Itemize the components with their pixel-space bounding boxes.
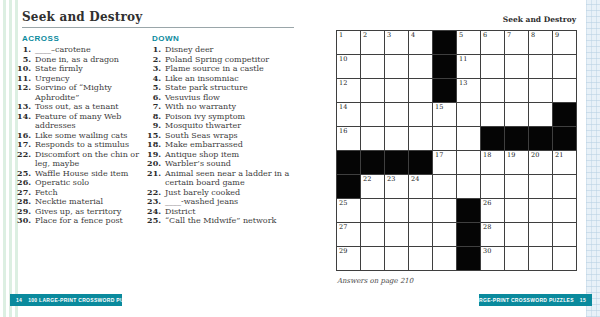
clue-item: 1.____–carotene bbox=[14, 45, 146, 55]
black-cell bbox=[480, 126, 504, 150]
white-cell[interactable] bbox=[504, 102, 528, 126]
clue-text: Vesuvius flow bbox=[161, 93, 296, 103]
clue-text: Gives up, as territory bbox=[31, 207, 146, 217]
clue-item: 16.Like some wailing cats bbox=[14, 131, 146, 141]
clue-item: 24.District bbox=[144, 207, 296, 217]
white-cell[interactable] bbox=[408, 54, 432, 78]
black-cell bbox=[552, 102, 576, 126]
clue-item: 27.Fetch bbox=[14, 188, 146, 198]
book-spread: Seek and Destroy ACROSS DOWN 1.____–caro… bbox=[0, 0, 600, 317]
clue-text: Necktie material bbox=[31, 197, 146, 207]
white-cell[interactable]: 29 bbox=[336, 246, 360, 270]
cell-number: 24 bbox=[411, 176, 419, 183]
white-cell[interactable] bbox=[432, 222, 456, 246]
white-cell[interactable] bbox=[456, 126, 480, 150]
white-cell[interactable]: 16 bbox=[336, 126, 360, 150]
white-cell[interactable]: 5 bbox=[456, 30, 480, 54]
right-page-edge-decoration bbox=[586, 0, 600, 317]
clue-item: 10.State firmly bbox=[14, 64, 146, 74]
white-cell[interactable] bbox=[528, 198, 552, 222]
cell-number: 3 bbox=[387, 32, 391, 39]
white-cell[interactable]: 10 bbox=[336, 54, 360, 78]
across-heading: ACROSS bbox=[22, 34, 59, 43]
clue-text: Mosquito thwarter bbox=[161, 121, 296, 131]
white-cell[interactable] bbox=[552, 78, 576, 102]
white-cell[interactable]: 22 bbox=[360, 174, 384, 198]
clue-text: Antique shop item bbox=[161, 150, 296, 160]
white-cell[interactable] bbox=[528, 78, 552, 102]
white-cell[interactable] bbox=[432, 126, 456, 150]
title-divider bbox=[22, 27, 294, 28]
cell-number: 30 bbox=[483, 248, 491, 255]
white-cell[interactable] bbox=[552, 174, 576, 198]
clue-text: Toss out, as a tenant bbox=[31, 102, 146, 112]
cell-number: 2 bbox=[363, 32, 367, 39]
white-cell[interactable] bbox=[528, 102, 552, 126]
white-cell[interactable] bbox=[552, 54, 576, 78]
white-cell[interactable] bbox=[528, 174, 552, 198]
black-cell bbox=[456, 198, 480, 222]
white-cell[interactable]: 4 bbox=[408, 30, 432, 54]
clue-text: Warbler’s sound bbox=[161, 159, 296, 169]
book-title: 100 LARGE-PRINT CROSSWORD PUZZLES bbox=[461, 297, 574, 303]
white-cell[interactable]: 18 bbox=[480, 150, 504, 174]
clue-item: 17.Responds to a stimulus bbox=[14, 140, 146, 150]
clue-text: Poison ivy symptom bbox=[161, 112, 296, 122]
white-cell[interactable]: 30 bbox=[480, 246, 504, 270]
grid-page-header: Seek and Destroy bbox=[336, 15, 576, 24]
clue-item: 5.State park structure bbox=[144, 83, 296, 93]
cell-number: 29 bbox=[339, 248, 347, 255]
cell-number: 23 bbox=[387, 176, 395, 183]
white-cell[interactable]: 27 bbox=[336, 222, 360, 246]
white-cell[interactable] bbox=[360, 222, 384, 246]
white-cell[interactable] bbox=[408, 198, 432, 222]
clue-item: 5.Done in, as a dragon bbox=[14, 55, 146, 65]
white-cell[interactable] bbox=[432, 174, 456, 198]
white-cell[interactable] bbox=[408, 102, 432, 126]
white-cell[interactable]: 28 bbox=[480, 222, 504, 246]
white-cell[interactable] bbox=[384, 54, 408, 78]
clue-item: 3.Flame source in a castle bbox=[144, 64, 296, 74]
white-cell[interactable] bbox=[408, 246, 432, 270]
clue-text: Operatic solo bbox=[31, 178, 146, 188]
white-cell[interactable] bbox=[480, 174, 504, 198]
book-title: 100 LARGE-PRINT CROSSWORD PUZZLES bbox=[28, 297, 141, 303]
white-cell[interactable] bbox=[408, 222, 432, 246]
clue-item: 30.Place for a fence post bbox=[14, 216, 146, 226]
black-cell bbox=[432, 78, 456, 102]
clue-text: With no warranty bbox=[161, 102, 296, 112]
black-cell bbox=[336, 174, 360, 198]
white-cell[interactable]: 3 bbox=[384, 30, 408, 54]
clue-item: 25.“Call the Midwife” network bbox=[144, 216, 296, 226]
clue-text: Animal seen near a ladder in a certain b… bbox=[161, 169, 296, 188]
clue-text: Like an insomniac bbox=[161, 74, 296, 84]
black-cell bbox=[528, 126, 552, 150]
black-cell bbox=[432, 30, 456, 54]
white-cell[interactable]: 6 bbox=[480, 30, 504, 54]
white-cell[interactable]: 13 bbox=[456, 78, 480, 102]
clue-item: 12.Sorvino of “Mighty Aphrodite” bbox=[14, 83, 146, 102]
white-cell[interactable] bbox=[552, 222, 576, 246]
clue-item: 9.Mosquito thwarter bbox=[144, 121, 296, 131]
clue-item: 14.Feature of many Web addresses bbox=[14, 112, 146, 131]
white-cell[interactable] bbox=[504, 222, 528, 246]
white-cell[interactable] bbox=[504, 54, 528, 78]
white-cell[interactable]: 24 bbox=[408, 174, 432, 198]
white-cell[interactable] bbox=[552, 198, 576, 222]
white-cell[interactable] bbox=[360, 126, 384, 150]
clue-text: Place for a fence post bbox=[31, 216, 146, 226]
clue-item: 22.Discomfort on the chin or leg, maybe bbox=[14, 150, 146, 169]
white-cell[interactable]: 11 bbox=[456, 54, 480, 78]
white-cell[interactable]: 26 bbox=[480, 198, 504, 222]
black-cell bbox=[360, 150, 384, 174]
clue-text: Sorvino of “Mighty Aphrodite” bbox=[31, 83, 146, 102]
clue-text: Like some wailing cats bbox=[31, 131, 146, 141]
clue-number: 30. bbox=[14, 216, 31, 226]
clue-item: 28.Necktie material bbox=[14, 197, 146, 207]
black-cell bbox=[408, 150, 432, 174]
clue-text: Done in, as a dragon bbox=[31, 55, 146, 65]
clue-text: Feature of many Web addresses bbox=[31, 112, 146, 131]
cell-number: 11 bbox=[459, 56, 467, 63]
white-cell[interactable] bbox=[504, 246, 528, 270]
white-cell[interactable] bbox=[408, 126, 432, 150]
white-cell[interactable]: 25 bbox=[336, 198, 360, 222]
white-cell[interactable] bbox=[480, 78, 504, 102]
black-cell bbox=[456, 246, 480, 270]
white-cell[interactable] bbox=[360, 198, 384, 222]
cell-number: 12 bbox=[339, 80, 347, 87]
clue-number: 22. bbox=[14, 150, 31, 169]
clue-item: 1.Disney deer bbox=[144, 45, 296, 55]
cell-number: 1 bbox=[339, 32, 343, 39]
black-cell bbox=[432, 54, 456, 78]
black-cell bbox=[384, 150, 408, 174]
clue-text: South Seas wraps bbox=[161, 131, 296, 141]
white-cell[interactable] bbox=[480, 54, 504, 78]
clue-text: Poland Spring competitor bbox=[161, 55, 296, 65]
down-clue-list: 1.Disney deer2.Poland Spring competitor3… bbox=[144, 45, 296, 226]
clue-item: 19.Antique shop item bbox=[144, 150, 296, 160]
white-cell[interactable]: 14 bbox=[336, 102, 360, 126]
clue-text: State firmly bbox=[31, 64, 146, 74]
white-cell[interactable] bbox=[360, 102, 384, 126]
clue-item: 22.Just barely cooked bbox=[144, 188, 296, 198]
clue-number: 12. bbox=[14, 83, 31, 102]
white-cell[interactable] bbox=[456, 174, 480, 198]
cell-number: 6 bbox=[483, 32, 487, 39]
white-cell[interactable] bbox=[360, 54, 384, 78]
clue-text: District bbox=[161, 207, 296, 217]
white-cell[interactable] bbox=[408, 78, 432, 102]
clue-text: Fetch bbox=[31, 188, 146, 198]
puzzle-title: Seek and Destroy bbox=[22, 10, 142, 24]
black-cell bbox=[336, 150, 360, 174]
clue-item: 15.South Seas wraps bbox=[144, 131, 296, 141]
clue-number: 25. bbox=[144, 216, 161, 226]
white-cell[interactable] bbox=[528, 246, 552, 270]
clue-item: 8.Poison ivy symptom bbox=[144, 112, 296, 122]
clue-item: 6.Vesuvius flow bbox=[144, 93, 296, 103]
white-cell[interactable] bbox=[432, 198, 456, 222]
cell-number: 22 bbox=[363, 176, 371, 183]
cell-number: 13 bbox=[459, 80, 467, 87]
clue-item: 21.Animal seen near a ladder in a certai… bbox=[144, 169, 296, 188]
white-cell[interactable] bbox=[480, 102, 504, 126]
clue-item: 2.Poland Spring competitor bbox=[144, 55, 296, 65]
right-page-footer: 100 LARGE-PRINT CROSSWORD PUZZLES 15 bbox=[479, 294, 592, 306]
clue-item: 4.Like an insomniac bbox=[144, 74, 296, 84]
clue-text: Just barely cooked bbox=[161, 188, 296, 198]
white-cell[interactable] bbox=[504, 198, 528, 222]
clue-item: 11.Urgency bbox=[14, 74, 146, 84]
black-cell bbox=[456, 222, 480, 246]
white-cell[interactable] bbox=[432, 246, 456, 270]
cell-number: 19 bbox=[507, 152, 515, 159]
clue-item: 23.____-washed jeans bbox=[144, 197, 296, 207]
clue-text: Make embarrassed bbox=[161, 140, 296, 150]
clue-text: State park structure bbox=[161, 83, 296, 93]
cell-number: 15 bbox=[435, 104, 443, 111]
left-page-footer: 14 100 LARGE-PRINT CROSSWORD PUZZLES bbox=[10, 294, 122, 306]
cell-number: 21 bbox=[555, 152, 563, 159]
clue-text: Responds to a stimulus bbox=[31, 140, 146, 150]
clue-text: ____–carotene bbox=[31, 45, 146, 55]
white-cell[interactable] bbox=[552, 246, 576, 270]
white-cell[interactable]: 9 bbox=[552, 30, 576, 54]
cell-number: 16 bbox=[339, 128, 347, 135]
cell-number: 17 bbox=[435, 152, 443, 159]
clue-item: 7.With no warranty bbox=[144, 102, 296, 112]
cell-number: 18 bbox=[483, 152, 491, 159]
clue-text: Discomfort on the chin or leg, maybe bbox=[31, 150, 146, 169]
white-cell[interactable] bbox=[384, 198, 408, 222]
crossword-grid: 1234567891011121314151617181920212223242… bbox=[336, 30, 577, 271]
down-heading: DOWN bbox=[152, 34, 179, 43]
white-cell[interactable] bbox=[528, 54, 552, 78]
cell-number: 20 bbox=[531, 152, 539, 159]
white-cell[interactable]: 20 bbox=[528, 150, 552, 174]
clue-item: 25.Waffle House side item bbox=[14, 169, 146, 179]
cell-number: 27 bbox=[339, 224, 347, 231]
across-clue-list: 1.____–carotene5.Done in, as a dragon10.… bbox=[14, 45, 146, 226]
white-cell[interactable] bbox=[384, 222, 408, 246]
white-cell[interactable]: 2 bbox=[360, 30, 384, 54]
cell-number: 14 bbox=[339, 104, 347, 111]
white-cell[interactable] bbox=[384, 78, 408, 102]
clue-item: 18.Make embarrassed bbox=[144, 140, 296, 150]
clue-item: 13.Toss out, as a tenant bbox=[14, 102, 146, 112]
white-cell[interactable]: 17 bbox=[432, 150, 456, 174]
clue-text: Urgency bbox=[31, 74, 146, 84]
black-cell bbox=[552, 126, 576, 150]
left-page-number: 14 bbox=[10, 297, 28, 303]
answers-note: Answers on page 210 bbox=[337, 277, 413, 285]
clue-item: 29.Gives up, as territory bbox=[14, 207, 146, 217]
white-cell[interactable]: 12 bbox=[336, 78, 360, 102]
cell-number: 26 bbox=[483, 200, 491, 207]
cell-number: 28 bbox=[483, 224, 491, 231]
white-cell[interactable]: 19 bbox=[504, 150, 528, 174]
cell-number: 8 bbox=[531, 32, 535, 39]
white-cell[interactable] bbox=[384, 102, 408, 126]
clue-text: Flame source in a castle bbox=[161, 64, 296, 74]
clue-number: 14. bbox=[14, 112, 31, 131]
white-cell[interactable]: 21 bbox=[552, 150, 576, 174]
black-cell bbox=[504, 126, 528, 150]
cell-number: 9 bbox=[555, 32, 559, 39]
cell-number: 4 bbox=[411, 32, 415, 39]
cell-number: 5 bbox=[459, 32, 463, 39]
white-cell[interactable] bbox=[528, 222, 552, 246]
cell-number: 10 bbox=[339, 56, 347, 63]
cell-number: 25 bbox=[339, 200, 347, 207]
clue-item: 20.Warbler’s sound bbox=[144, 159, 296, 169]
clue-text: ____-washed jeans bbox=[161, 197, 296, 207]
white-cell[interactable]: 1 bbox=[336, 30, 360, 54]
right-page-number: 15 bbox=[574, 297, 592, 303]
clue-text: Disney deer bbox=[161, 45, 296, 55]
clue-item: 26.Operatic solo bbox=[14, 178, 146, 188]
white-cell[interactable] bbox=[456, 102, 480, 126]
cell-number: 7 bbox=[507, 32, 511, 39]
white-cell[interactable] bbox=[384, 126, 408, 150]
white-cell[interactable] bbox=[384, 246, 408, 270]
white-cell[interactable]: 7 bbox=[504, 30, 528, 54]
clue-text: Waffle House side item bbox=[31, 169, 146, 179]
white-cell[interactable]: 15 bbox=[432, 102, 456, 126]
white-cell[interactable]: 23 bbox=[384, 174, 408, 198]
white-cell[interactable] bbox=[360, 246, 384, 270]
white-cell[interactable] bbox=[504, 174, 528, 198]
white-cell[interactable]: 8 bbox=[528, 30, 552, 54]
white-cell[interactable] bbox=[504, 78, 528, 102]
clue-number: 21. bbox=[144, 169, 161, 188]
white-cell[interactable] bbox=[360, 78, 384, 102]
white-cell[interactable] bbox=[456, 150, 480, 174]
clue-text: “Call the Midwife” network bbox=[161, 216, 296, 226]
